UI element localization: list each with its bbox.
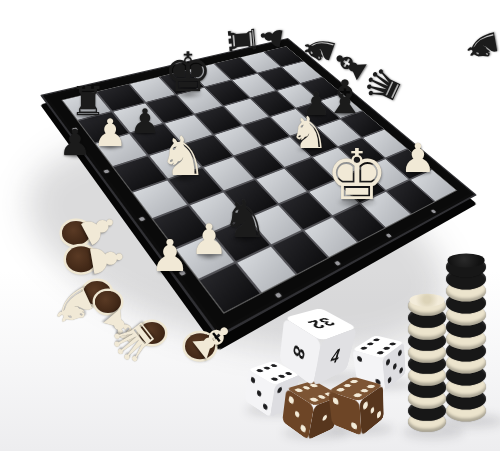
- black-king-d8[interactable]: ♚: [164, 46, 212, 100]
- brown-die-right: [337, 385, 378, 426]
- white-pawn-a2[interactable]: ♟: [150, 234, 189, 278]
- die-pip-empty: [254, 396, 262, 409]
- die-pip: [317, 395, 326, 400]
- brown-die-left-body: [296, 384, 328, 433]
- die-pip: [388, 342, 397, 346]
- doubling-cube: 8 4 32: [288, 316, 346, 374]
- die-pip: [351, 422, 357, 430]
- die-pip: [309, 397, 319, 402]
- white-pawn-b2[interactable]: ♟: [190, 219, 228, 261]
- die-pip: [302, 386, 311, 390]
- white-knight-c5[interactable]: ♞: [159, 130, 207, 184]
- black-knight-c2[interactable]: ♞: [222, 193, 269, 245]
- scene: ♜♚♟♟♟♞♟♝♞♟♟♞♚♟♜♟♞♝♛♞♟♟♞♝♛♝ 8 4 32: [0, 0, 500, 451]
- frame-screw-dot: [275, 292, 282, 298]
- doubling-cube-left-number: 8: [289, 340, 309, 364]
- die-pip: [353, 393, 363, 398]
- die-pip: [277, 374, 286, 378]
- die-pip: [366, 384, 375, 388]
- die-pip: [333, 397, 339, 405]
- frame-screw-dot: [386, 233, 392, 238]
- die-pip-empty: [385, 364, 392, 378]
- brown-die-left: [289, 387, 333, 431]
- die-pip-empty: [292, 416, 300, 430]
- die-pip-empty: [372, 367, 381, 378]
- die-pip: [357, 356, 363, 363]
- black-bishop-h4[interactable]: ♝: [324, 74, 365, 120]
- die-pip: [360, 389, 369, 393]
- frame-screw-dot: [103, 169, 109, 173]
- frame-screw-dot: [431, 209, 437, 213]
- doubling-cube-body: 8 4 32: [297, 313, 340, 378]
- frame-screw-dot: [139, 217, 146, 222]
- white-pawn-fallen[interactable]: ♟: [82, 237, 130, 281]
- die-pip: [284, 371, 293, 375]
- die-pip: [377, 410, 381, 418]
- white-die-right: [360, 342, 400, 382]
- die-pip: [388, 376, 392, 384]
- doubling-cube-right-number: 4: [328, 344, 343, 370]
- die-pip: [382, 346, 391, 350]
- black-pawn-c7[interactable]: ♟: [130, 104, 160, 138]
- left-stack-top-face: [410, 293, 445, 306]
- die-pip-empty: [392, 368, 398, 381]
- black-pawn-a6[interactable]: ♟: [59, 125, 91, 161]
- die-pip: [399, 366, 403, 374]
- die-pip-empty: [370, 412, 377, 426]
- doubling-cube-top-number: 32: [302, 315, 340, 332]
- white-pawn-b7[interactable]: ♟: [93, 114, 127, 152]
- brown-die-right-body: [341, 384, 373, 427]
- die-pip: [263, 366, 272, 370]
- white-king-f1[interactable]: ♚: [326, 140, 389, 210]
- frame-screw-dot: [334, 261, 340, 266]
- black-rook-fallen[interactable]: ♜: [224, 22, 263, 57]
- die-pip: [376, 351, 385, 355]
- die-pip: [270, 377, 279, 381]
- black-knight-fallen[interactable]: ♞: [459, 25, 500, 67]
- white-die-right-body: [364, 342, 396, 382]
- die-pip-empty: [349, 410, 358, 422]
- white-knight-f4[interactable]: ♞: [289, 111, 328, 155]
- white-pawn-h1[interactable]: ♟: [400, 138, 436, 178]
- right-stack-top-face: [448, 254, 485, 267]
- die-pip-empty: [391, 351, 398, 364]
